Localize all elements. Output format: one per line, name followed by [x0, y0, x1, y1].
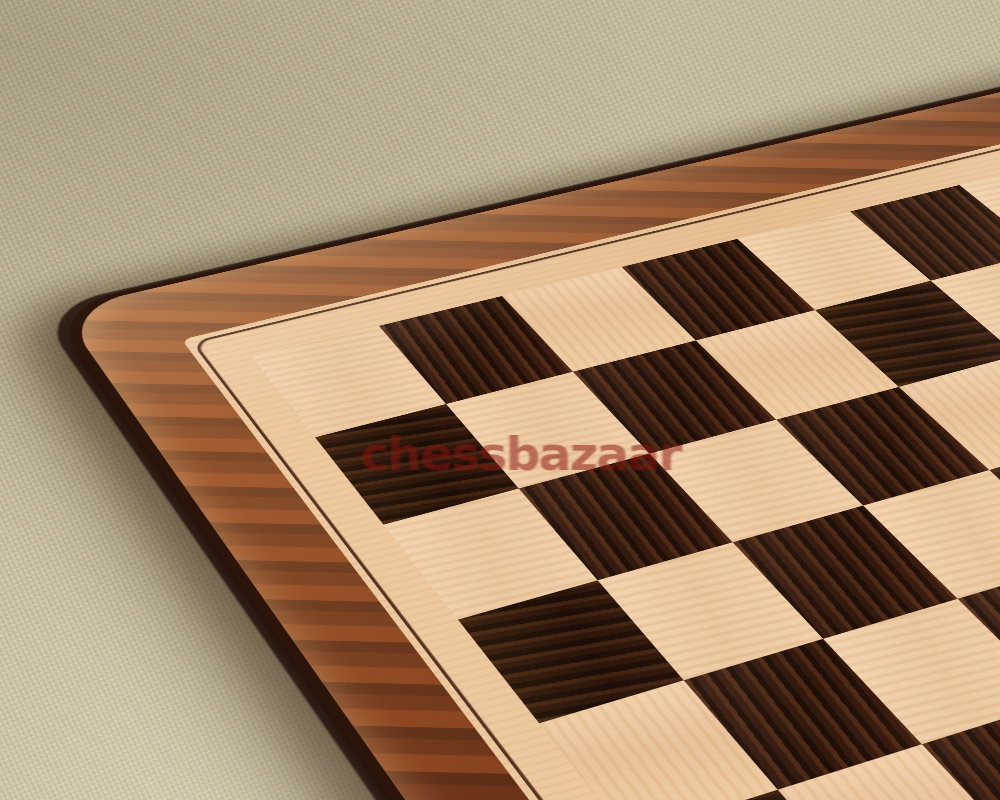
watermark-text: chessbazaar [360, 428, 680, 481]
chessboard-photo: chessbazaar [0, 0, 1000, 800]
